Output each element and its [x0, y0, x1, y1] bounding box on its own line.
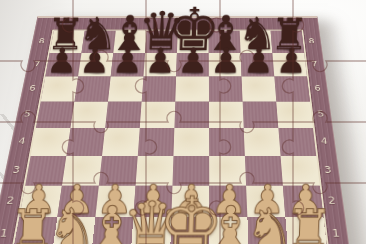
square-g3 — [245, 156, 283, 186]
square-g5 — [243, 101, 279, 127]
rank-label-right-7: 7 — [309, 60, 320, 68]
piece-shadow — [119, 47, 145, 53]
square-f4 — [209, 128, 245, 156]
square-h3 — [281, 156, 320, 186]
chess-board: ♜♞♝♛♚♝♞♜♟♟♟♟♟♟♟♟♟♟♟♟♟♟♟♟♜♞♝♛♚♝♞♜ 8765432… — [0, 16, 353, 244]
piece-shadow — [254, 209, 285, 217]
square-g4 — [244, 128, 281, 156]
piece-shadow — [279, 70, 306, 76]
square-h1: ♜ — [285, 217, 327, 244]
square-g6 — [242, 77, 277, 102]
square-g7: ♟ — [241, 53, 275, 77]
piece-shadow — [64, 209, 95, 217]
square-g1: ♞ — [247, 217, 288, 244]
jigsaw-photo-chessboard: ♜♞♝♛♚♝♞♜♟♟♟♟♟♟♟♟♟♟♟♟♟♟♟♟♜♞♝♛♚♝♞♜ 8765432… — [0, 0, 366, 244]
piece-shadow — [247, 70, 273, 76]
rank-label-right-5: 5 — [315, 109, 326, 118]
square-d2: ♟ — [133, 186, 172, 218]
square-a2: ♟ — [19, 186, 62, 218]
piece-shadow — [117, 70, 144, 76]
rank-label-right-2: 2 — [325, 195, 338, 206]
square-h7: ♟ — [272, 53, 307, 77]
square-d5 — [140, 101, 176, 127]
piece-shadow — [26, 209, 58, 217]
piece-shadow — [214, 47, 239, 53]
board-squares: ♜♞♝♛♚♝♞♜♟♟♟♟♟♟♟♟♟♟♟♟♟♟♟♟♜♞♝♛♚♝♞♜ — [13, 31, 327, 244]
square-c1: ♝ — [92, 217, 134, 244]
board-perspective-wrapper: ♜♞♝♛♚♝♞♜♟♟♟♟♟♟♟♟♟♟♟♟♟♟♟♟♜♞♝♛♚♝♞♜ 8765432… — [0, 0, 366, 244]
square-d6 — [142, 77, 176, 102]
rank-label-left-5: 5 — [21, 109, 33, 118]
square-h6 — [274, 77, 310, 102]
square-b4 — [66, 128, 105, 156]
piece-shadow — [140, 209, 171, 217]
piece-shadow — [183, 47, 208, 53]
square-a4 — [31, 128, 71, 156]
square-f5 — [209, 101, 244, 127]
piece-shadow — [216, 209, 246, 217]
board-scene: ♜♞♝♛♚♝♞♜♟♟♟♟♟♟♟♟♟♟♟♟♟♟♟♟♜♞♝♛♚♝♞♜ 8765432… — [0, 0, 365, 244]
square-b8: ♞ — [81, 31, 115, 53]
square-f1: ♝ — [209, 217, 248, 244]
square-d1: ♛ — [131, 217, 171, 244]
square-h8: ♜ — [271, 31, 305, 53]
rank-label-right-3: 3 — [322, 165, 334, 175]
square-a6 — [41, 77, 78, 102]
square-h5 — [276, 101, 313, 127]
square-b2: ♟ — [57, 186, 98, 218]
piece-shadow — [151, 47, 177, 53]
square-g8: ♞ — [240, 31, 273, 53]
piece-shadow — [102, 209, 133, 217]
square-d7: ♟ — [143, 53, 177, 77]
square-f3 — [209, 156, 246, 186]
square-a7: ♟ — [45, 53, 81, 77]
square-h2: ♟ — [283, 186, 324, 218]
rank-label-left-8: 8 — [36, 37, 47, 45]
square-c2: ♟ — [95, 186, 135, 218]
piece-shadow — [178, 209, 208, 217]
square-b5 — [70, 101, 108, 127]
square-e8: ♚ — [177, 31, 209, 53]
square-b3 — [62, 156, 102, 186]
square-a5 — [36, 101, 75, 127]
square-f8: ♝ — [209, 31, 241, 53]
rank-label-right-4: 4 — [318, 136, 330, 146]
piece-shadow — [149, 70, 175, 76]
piece-shadow — [215, 70, 241, 76]
piece-shadow — [51, 70, 78, 76]
square-e4 — [173, 128, 209, 156]
piece-shadow — [55, 47, 81, 53]
piece-white-queen-d1: ♛ — [121, 194, 182, 244]
square-b1: ♞ — [52, 217, 95, 244]
square-e1: ♚ — [170, 217, 209, 244]
rank-label-right-6: 6 — [312, 84, 323, 93]
square-b7: ♟ — [78, 53, 113, 77]
square-b6 — [74, 77, 110, 102]
square-e5 — [174, 101, 209, 127]
rank-label-left-2: 2 — [4, 195, 17, 206]
rank-label-left-3: 3 — [10, 165, 23, 175]
rank-label-left-1: 1 — [0, 227, 11, 239]
square-f6 — [209, 77, 243, 102]
square-c5 — [105, 101, 142, 127]
rank-label-right-1: 1 — [329, 227, 342, 239]
square-c6 — [108, 77, 143, 102]
square-e7: ♟ — [176, 53, 209, 77]
square-c4 — [102, 128, 140, 156]
square-d4 — [138, 128, 175, 156]
square-f7: ♟ — [209, 53, 242, 77]
square-f2: ♟ — [209, 186, 247, 218]
piece-shadow — [246, 47, 272, 53]
square-h4 — [278, 128, 316, 156]
piece-shadow — [84, 70, 111, 76]
piece-shadow — [87, 47, 113, 53]
rank-label-left-4: 4 — [16, 136, 28, 146]
square-c3 — [99, 156, 138, 186]
square-e6 — [175, 77, 209, 102]
square-a1: ♜ — [13, 217, 57, 244]
piece-shadow — [182, 70, 208, 76]
square-d8: ♛ — [145, 31, 178, 53]
square-a3 — [25, 156, 66, 186]
piece-shadow — [291, 209, 322, 217]
piece-shadow — [277, 47, 303, 53]
square-d3 — [136, 156, 174, 186]
square-e3 — [172, 156, 209, 186]
rank-label-right-8: 8 — [306, 37, 316, 45]
rank-label-left-7: 7 — [31, 60, 42, 68]
square-e2: ♟ — [171, 186, 209, 218]
square-c7: ♟ — [111, 53, 145, 77]
rank-label-left-6: 6 — [27, 84, 39, 93]
square-c8: ♝ — [113, 31, 146, 53]
square-a8: ♜ — [50, 31, 85, 53]
square-g2: ♟ — [246, 186, 285, 218]
